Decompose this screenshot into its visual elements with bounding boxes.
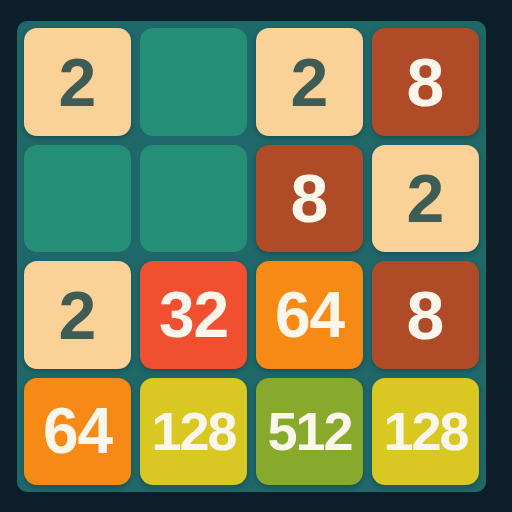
tile-2-r1c3: 2 (256, 28, 363, 136)
tile-32-r3c2: 32 (140, 261, 247, 369)
tile-2-r1c1: 2 (24, 28, 131, 136)
tile-64-r4c1: 64 (24, 378, 131, 486)
tile-2-r2c4: 2 (372, 145, 479, 253)
game-board-2048[interactable]: 2288223264864128512128 (17, 21, 486, 492)
empty-cell-r2c2 (140, 145, 247, 253)
page-background: 2288223264864128512128 (0, 0, 512, 512)
empty-cell-r2c1 (24, 145, 131, 253)
tile-64-r3c3: 64 (256, 261, 363, 369)
tile-8-r3c4: 8 (372, 261, 479, 369)
tile-128-r4c4: 128 (372, 378, 479, 486)
tile-2-r3c1: 2 (24, 261, 131, 369)
tile-128-r4c2: 128 (140, 378, 247, 486)
empty-cell-r1c2 (140, 28, 247, 136)
tile-8-r2c3: 8 (256, 145, 363, 253)
tile-8-r1c4: 8 (372, 28, 479, 136)
tile-512-r4c3: 512 (256, 378, 363, 486)
